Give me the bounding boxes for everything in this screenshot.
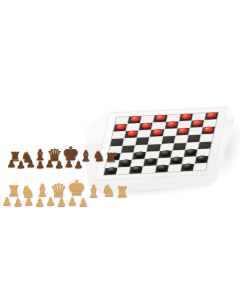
- red-checker: [127, 130, 138, 136]
- chess-piece: ♟: [2, 196, 12, 207]
- chess-piece: ♟: [26, 159, 35, 169]
- chess-piece: ♟: [45, 159, 54, 169]
- red-checker: [167, 121, 178, 127]
- chess-piece: ♟: [17, 160, 26, 170]
- square-b1: [117, 167, 131, 174]
- chess-piece: ♞: [101, 183, 115, 199]
- black-checker: [197, 155, 208, 161]
- chess-piece: ♝: [86, 183, 101, 200]
- chess-piece: ♟: [7, 159, 16, 169]
- red-checker: [116, 124, 127, 130]
- black-checker: [160, 150, 171, 156]
- chess-piece: ♟: [24, 196, 34, 207]
- black-checker: [120, 159, 131, 165]
- board-squares: [103, 112, 219, 176]
- square-c1: [129, 166, 143, 173]
- black-checker: [183, 163, 194, 169]
- red-checker: [155, 114, 166, 120]
- chess-piece: ♟: [67, 196, 77, 207]
- chess-piece: ♞: [92, 149, 105, 163]
- red-checker: [178, 128, 189, 134]
- chess-piece: ♟: [13, 197, 23, 208]
- chess-piece: ♜: [105, 151, 117, 164]
- square-h1: [193, 163, 207, 170]
- square-a1: [104, 168, 118, 175]
- red-checker: [181, 113, 192, 119]
- red-checker: [130, 116, 141, 122]
- square-g1: [181, 164, 195, 171]
- dark-chess-pawn-row: ♟♟♟♟♟♟♟♟: [7, 157, 83, 169]
- chess-piece: ♟: [46, 196, 56, 207]
- black-checker: [131, 166, 142, 172]
- chess-piece: ♜: [116, 185, 129, 200]
- black-checker: [146, 158, 157, 164]
- checkers-board: [94, 107, 228, 181]
- red-checker: [141, 122, 152, 128]
- chess-piece: ♟: [64, 159, 73, 169]
- red-checker: [207, 112, 218, 118]
- black-checker: [186, 149, 197, 155]
- black-checker: [171, 157, 182, 163]
- square-e1: [155, 165, 169, 172]
- square-d1: [142, 166, 156, 173]
- black-checker: [157, 165, 168, 171]
- square-f1: [168, 164, 182, 171]
- black-checker: [135, 151, 146, 157]
- light-chess-pawn-row: ♟♟♟♟♟♟♟♟: [2, 194, 88, 207]
- chess-piece: ♟: [36, 160, 45, 170]
- chess-piece: ♟: [74, 160, 83, 170]
- product-photo-checkers-set: ♜♞♝♛♚♝♞♜ ♟♟♟♟♟♟♟♟ ♜♞♝♛♚♝♞♜ ♟♟♟♟♟♟♟♟: [0, 0, 240, 300]
- red-checker: [192, 120, 203, 126]
- red-checker: [152, 129, 163, 135]
- black-checker: [106, 167, 117, 173]
- chess-piece: ♟: [35, 197, 45, 208]
- chess-piece: ♟: [55, 160, 64, 170]
- red-checker: [203, 126, 214, 132]
- chess-piece: ♟: [56, 197, 66, 208]
- chess-piece: ♟: [78, 197, 88, 208]
